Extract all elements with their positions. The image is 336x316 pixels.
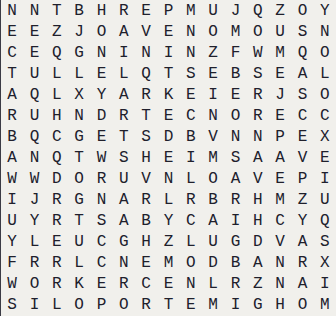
- grid-cell-r6c6[interactable]: R: [113, 105, 135, 126]
- grid-cell-r2c11[interactable]: M: [224, 21, 246, 42]
- grid-cell-r6c14[interactable]: C: [291, 105, 313, 126]
- grid-cell-r7c11[interactable]: N: [224, 126, 246, 147]
- grid-cell-r3c5[interactable]: N: [90, 42, 112, 63]
- grid-cell-r8c13[interactable]: A: [269, 147, 291, 168]
- grid-cell-r6c10[interactable]: N: [202, 105, 224, 126]
- grid-cell-r15c9[interactable]: E: [180, 295, 202, 316]
- grid-cell-r12c8[interactable]: Z: [157, 232, 179, 253]
- grid-cell-r2c14[interactable]: S: [291, 21, 313, 42]
- grid-cell-r6c9[interactable]: C: [180, 105, 202, 126]
- grid-cell-r4c15[interactable]: L: [314, 63, 336, 84]
- grid-cell-r11c9[interactable]: C: [180, 211, 202, 232]
- grid-cell-r10c12[interactable]: H: [247, 190, 269, 211]
- grid-cell-r13c13[interactable]: N: [269, 253, 291, 274]
- grid-cell-r3c8[interactable]: I: [157, 42, 179, 63]
- grid-cell-r13c5[interactable]: C: [90, 253, 112, 274]
- grid-cell-r1c2[interactable]: N: [23, 0, 45, 21]
- grid-cell-r2c10[interactable]: O: [202, 21, 224, 42]
- grid-cell-r15c14[interactable]: O: [291, 295, 313, 316]
- grid-cell-r15c12[interactable]: G: [247, 295, 269, 316]
- grid-cell-r7c2[interactable]: Q: [23, 126, 45, 147]
- grid-cell-r15c13[interactable]: H: [269, 295, 291, 316]
- grid-cell-r12c12[interactable]: D: [247, 232, 269, 253]
- grid-cell-r15c4[interactable]: O: [68, 295, 90, 316]
- grid-cell-r7c15[interactable]: X: [314, 126, 336, 147]
- grid-cell-r10c14[interactable]: Z: [291, 190, 313, 211]
- grid-cell-r1c12[interactable]: Q: [247, 0, 269, 21]
- grid-cell-r2c12[interactable]: O: [247, 21, 269, 42]
- grid-cell-r14c7[interactable]: C: [135, 274, 157, 295]
- grid-cell-r13c4[interactable]: L: [68, 253, 90, 274]
- grid-cell-r10c6[interactable]: A: [113, 190, 135, 211]
- grid-cell-r14c8[interactable]: E: [157, 274, 179, 295]
- grid-cell-r4c10[interactable]: E: [202, 63, 224, 84]
- grid-cell-r12c15[interactable]: S: [314, 232, 336, 253]
- grid-cell-r11c10[interactable]: A: [202, 211, 224, 232]
- grid-cell-r12c7[interactable]: H: [135, 232, 157, 253]
- grid-cell-r7c7[interactable]: S: [135, 126, 157, 147]
- grid-cell-r14c10[interactable]: L: [202, 274, 224, 295]
- grid-cell-r3c7[interactable]: N: [135, 42, 157, 63]
- grid-cell-r8c11[interactable]: S: [224, 147, 246, 168]
- grid-cell-r10c7[interactable]: R: [135, 190, 157, 211]
- grid-cell-r8c8[interactable]: E: [157, 147, 179, 168]
- grid-cell-r11c4[interactable]: T: [68, 211, 90, 232]
- grid-cell-r1c4[interactable]: B: [68, 0, 90, 21]
- grid-cell-r14c5[interactable]: E: [90, 274, 112, 295]
- grid-cell-r2c2[interactable]: E: [23, 21, 45, 42]
- grid-cell-r2c4[interactable]: J: [68, 21, 90, 42]
- grid-cell-r3c4[interactable]: G: [68, 42, 90, 63]
- grid-cell-r13c8[interactable]: M: [157, 253, 179, 274]
- grid-cell-r10c10[interactable]: B: [202, 190, 224, 211]
- grid-cell-r4c5[interactable]: E: [90, 63, 112, 84]
- grid-cell-r2c7[interactable]: V: [135, 21, 157, 42]
- grid-cell-r5c10[interactable]: I: [202, 84, 224, 105]
- grid-cell-r14c4[interactable]: K: [68, 274, 90, 295]
- grid-cell-r5c7[interactable]: R: [135, 84, 157, 105]
- grid-cell-r13c11[interactable]: B: [224, 253, 246, 274]
- grid-cell-r9c4[interactable]: O: [68, 169, 90, 190]
- grid-cell-r4c7[interactable]: Q: [135, 63, 157, 84]
- grid-cell-r10c3[interactable]: R: [46, 190, 68, 211]
- grid-cell-r5c8[interactable]: K: [157, 84, 179, 105]
- grid-cell-r5c5[interactable]: Y: [90, 84, 112, 105]
- grid-cell-r8c3[interactable]: Q: [46, 147, 68, 168]
- grid-cell-r3c12[interactable]: W: [247, 42, 269, 63]
- grid-cell-r1c10[interactable]: U: [202, 0, 224, 21]
- grid-cell-r4c6[interactable]: L: [113, 63, 135, 84]
- grid-cell-r11c15[interactable]: Q: [314, 211, 336, 232]
- grid-cell-r8c12[interactable]: A: [247, 147, 269, 168]
- grid-cell-r3c10[interactable]: Z: [202, 42, 224, 63]
- grid-cell-r7c1[interactable]: B: [1, 126, 23, 147]
- grid-cell-r14c1[interactable]: W: [1, 274, 23, 295]
- grid-cell-r2c5[interactable]: O: [90, 21, 112, 42]
- grid-cell-r8c6[interactable]: S: [113, 147, 135, 168]
- grid-cell-r12c13[interactable]: V: [269, 232, 291, 253]
- grid-cell-r4c11[interactable]: B: [224, 63, 246, 84]
- grid-cell-r4c2[interactable]: U: [23, 63, 45, 84]
- grid-cell-r4c3[interactable]: L: [46, 63, 68, 84]
- grid-cell-r15c11[interactable]: I: [224, 295, 246, 316]
- grid-cell-r5c12[interactable]: R: [247, 84, 269, 105]
- grid-cell-r7c3[interactable]: C: [46, 126, 68, 147]
- grid-cell-r4c12[interactable]: S: [247, 63, 269, 84]
- grid-cell-r9c7[interactable]: V: [135, 169, 157, 190]
- grid-cell-r11c11[interactable]: I: [224, 211, 246, 232]
- grid-cell-r9c8[interactable]: N: [157, 169, 179, 190]
- grid-cell-r13c2[interactable]: R: [23, 253, 45, 274]
- grid-cell-r3c6[interactable]: I: [113, 42, 135, 63]
- grid-cell-r10c9[interactable]: R: [180, 190, 202, 211]
- grid-cell-r6c13[interactable]: E: [269, 105, 291, 126]
- grid-cell-r5c1[interactable]: A: [1, 84, 23, 105]
- grid-cell-r11c3[interactable]: R: [46, 211, 68, 232]
- grid-cell-r10c1[interactable]: I: [1, 190, 23, 211]
- grid-cell-r12c6[interactable]: G: [113, 232, 135, 253]
- grid-cell-r5c15[interactable]: O: [314, 84, 336, 105]
- grid-cell-r14c15[interactable]: I: [314, 274, 336, 295]
- grid-cell-r11c12[interactable]: H: [247, 211, 269, 232]
- grid-cell-r5c14[interactable]: S: [291, 84, 313, 105]
- grid-cell-r3c9[interactable]: N: [180, 42, 202, 63]
- grid-cell-r6c2[interactable]: U: [23, 105, 45, 126]
- grid-cell-r13c14[interactable]: R: [291, 253, 313, 274]
- grid-cell-r12c5[interactable]: C: [90, 232, 112, 253]
- grid-cell-r7c10[interactable]: V: [202, 126, 224, 147]
- grid-cell-r14c13[interactable]: N: [269, 274, 291, 295]
- grid-cell-r6c5[interactable]: D: [90, 105, 112, 126]
- grid-cell-r2c1[interactable]: E: [1, 21, 23, 42]
- grid-cell-r9c15[interactable]: I: [314, 169, 336, 190]
- grid-cell-r10c5[interactable]: N: [90, 190, 112, 211]
- word-search-board: NNTBHREPMUJQZOYEEZJOAVENOMOUSNCEQGNININZ…: [0, 0, 336, 316]
- grid-cell-r12c9[interactable]: L: [180, 232, 202, 253]
- grid-cell-r1c5[interactable]: H: [90, 0, 112, 21]
- grid-cell-r8c2[interactable]: N: [23, 147, 45, 168]
- grid-cell-r4c14[interactable]: A: [291, 63, 313, 84]
- grid-cell-r5c11[interactable]: E: [224, 84, 246, 105]
- grid-cell-r2c9[interactable]: N: [180, 21, 202, 42]
- grid-cell-r6c4[interactable]: N: [68, 105, 90, 126]
- grid-cell-r8c9[interactable]: I: [180, 147, 202, 168]
- grid-cell-r1c9[interactable]: M: [180, 0, 202, 21]
- grid-cell-r14c12[interactable]: Z: [247, 274, 269, 295]
- grid-cell-r11c8[interactable]: Y: [157, 211, 179, 232]
- grid-cell-r13c15[interactable]: X: [314, 253, 336, 274]
- grid-cell-r13c10[interactable]: D: [202, 253, 224, 274]
- grid-cell-r3c14[interactable]: Q: [291, 42, 313, 63]
- grid-cell-r12c2[interactable]: L: [23, 232, 45, 253]
- grid-cell-r11c5[interactable]: S: [90, 211, 112, 232]
- grid-cell-r9c2[interactable]: W: [23, 169, 45, 190]
- grid-cell-r3c13[interactable]: M: [269, 42, 291, 63]
- grid-cell-r15c15[interactable]: M: [314, 295, 336, 316]
- grid-cell-r7c5[interactable]: E: [90, 126, 112, 147]
- grid-cell-r15c10[interactable]: M: [202, 295, 224, 316]
- grid-cell-r6c15[interactable]: C: [314, 105, 336, 126]
- grid-cell-r11c13[interactable]: C: [269, 211, 291, 232]
- grid-cell-r1c7[interactable]: E: [135, 0, 157, 21]
- grid-cell-r7c14[interactable]: E: [291, 126, 313, 147]
- grid-cell-r6c11[interactable]: O: [224, 105, 246, 126]
- grid-cell-r11c6[interactable]: A: [113, 211, 135, 232]
- grid-cell-r6c1[interactable]: R: [1, 105, 23, 126]
- grid-cell-r11c7[interactable]: B: [135, 211, 157, 232]
- grid-cell-r1c6[interactable]: R: [113, 0, 135, 21]
- grid-cell-r5c9[interactable]: E: [180, 84, 202, 105]
- grid-cell-r6c3[interactable]: H: [46, 105, 68, 126]
- grid-cell-r11c2[interactable]: Y: [23, 211, 45, 232]
- grid-cell-r5c2[interactable]: Q: [23, 84, 45, 105]
- grid-cell-r10c2[interactable]: J: [23, 190, 45, 211]
- grid-cell-r10c4[interactable]: G: [68, 190, 90, 211]
- grid-cell-r3c15[interactable]: O: [314, 42, 336, 63]
- grid-cell-r12c3[interactable]: E: [46, 232, 68, 253]
- grid-cell-r9c12[interactable]: V: [247, 169, 269, 190]
- grid-cell-r5c4[interactable]: X: [68, 84, 90, 105]
- grid-cell-r9c13[interactable]: E: [269, 169, 291, 190]
- grid-cell-r9c9[interactable]: L: [180, 169, 202, 190]
- grid-cell-r8c15[interactable]: E: [314, 147, 336, 168]
- grid-cell-r7c9[interactable]: B: [180, 126, 202, 147]
- grid-cell-r9c10[interactable]: O: [202, 169, 224, 190]
- grid-cell-r9c6[interactable]: U: [113, 169, 135, 190]
- grid-cell-r8c7[interactable]: H: [135, 147, 157, 168]
- grid-cell-r15c8[interactable]: T: [157, 295, 179, 316]
- grid-cell-r7c6[interactable]: T: [113, 126, 135, 147]
- grid-cell-r10c13[interactable]: M: [269, 190, 291, 211]
- grid-cell-r2c6[interactable]: A: [113, 21, 135, 42]
- grid-cell-r15c6[interactable]: O: [113, 295, 135, 316]
- grid-cell-r8c14[interactable]: V: [291, 147, 313, 168]
- grid-cell-r10c15[interactable]: U: [314, 190, 336, 211]
- grid-cell-r9c14[interactable]: P: [291, 169, 313, 190]
- grid-cell-r9c1[interactable]: W: [1, 169, 23, 190]
- grid-cell-r10c11[interactable]: R: [224, 190, 246, 211]
- grid-cell-r4c1[interactable]: T: [1, 63, 23, 84]
- grid-cell-r4c4[interactable]: L: [68, 63, 90, 84]
- grid-cell-r15c1[interactable]: S: [1, 295, 23, 316]
- grid-cell-r12c1[interactable]: Y: [1, 232, 23, 253]
- grid-cell-r13c3[interactable]: R: [46, 253, 68, 274]
- grid-cell-r3c2[interactable]: E: [23, 42, 45, 63]
- grid-cell-r9c3[interactable]: D: [46, 169, 68, 190]
- grid-cell-r1c14[interactable]: O: [291, 0, 313, 21]
- grid-cell-r5c13[interactable]: J: [269, 84, 291, 105]
- grid-cell-r11c1[interactable]: U: [1, 211, 23, 232]
- grid-cell-r7c12[interactable]: N: [247, 126, 269, 147]
- grid-cell-r12c10[interactable]: U: [202, 232, 224, 253]
- grid-cell-r12c11[interactable]: G: [224, 232, 246, 253]
- grid-cell-r8c1[interactable]: A: [1, 147, 23, 168]
- grid-cell-r1c3[interactable]: T: [46, 0, 68, 21]
- grid-cell-r1c1[interactable]: N: [1, 0, 23, 21]
- grid-cell-r15c7[interactable]: R: [135, 295, 157, 316]
- grid-cell-r14c14[interactable]: A: [291, 274, 313, 295]
- grid-cell-r3c3[interactable]: Q: [46, 42, 68, 63]
- grid-cell-r6c8[interactable]: E: [157, 105, 179, 126]
- grid-cell-r6c12[interactable]: R: [247, 105, 269, 126]
- grid-cell-r13c1[interactable]: F: [1, 253, 23, 274]
- grid-cell-r3c11[interactable]: F: [224, 42, 246, 63]
- grid-cell-r13c12[interactable]: A: [247, 253, 269, 274]
- grid-cell-r8c5[interactable]: W: [90, 147, 112, 168]
- grid-cell-r11c14[interactable]: Y: [291, 211, 313, 232]
- grid-cell-r14c9[interactable]: N: [180, 274, 202, 295]
- grid-cell-r15c5[interactable]: P: [90, 295, 112, 316]
- grid-cell-r10c8[interactable]: L: [157, 190, 179, 211]
- grid-cell-r1c15[interactable]: Y: [314, 0, 336, 21]
- grid-cell-r8c4[interactable]: T: [68, 147, 90, 168]
- grid-cell-r2c15[interactable]: N: [314, 21, 336, 42]
- grid-cell-r5c6[interactable]: A: [113, 84, 135, 105]
- grid-cell-r6c7[interactable]: T: [135, 105, 157, 126]
- grid-cell-r4c8[interactable]: T: [157, 63, 179, 84]
- grid-cell-r7c13[interactable]: P: [269, 126, 291, 147]
- grid-cell-r1c11[interactable]: J: [224, 0, 246, 21]
- grid-cell-r15c3[interactable]: L: [46, 295, 68, 316]
- grid-cell-r4c13[interactable]: E: [269, 63, 291, 84]
- grid-cell-r13c6[interactable]: N: [113, 253, 135, 274]
- grid-cell-r1c13[interactable]: Z: [269, 0, 291, 21]
- grid-cell-r9c11[interactable]: A: [224, 169, 246, 190]
- grid-cell-r2c8[interactable]: E: [157, 21, 179, 42]
- grid-cell-r2c13[interactable]: U: [269, 21, 291, 42]
- grid-cell-r5c3[interactable]: L: [46, 84, 68, 105]
- grid-cell-r14c6[interactable]: R: [113, 274, 135, 295]
- grid-cell-r14c2[interactable]: O: [23, 274, 45, 295]
- grid-cell-r14c3[interactable]: R: [46, 274, 68, 295]
- grid-cell-r3c1[interactable]: C: [1, 42, 23, 63]
- grid-cell-r7c8[interactable]: D: [157, 126, 179, 147]
- grid-cell-r13c7[interactable]: E: [135, 253, 157, 274]
- grid-cell-r4c9[interactable]: S: [180, 63, 202, 84]
- grid-cell-r9c5[interactable]: R: [90, 169, 112, 190]
- grid-cell-r12c14[interactable]: A: [291, 232, 313, 253]
- grid-cell-r15c2[interactable]: I: [23, 295, 45, 316]
- grid-cell-r2c3[interactable]: Z: [46, 21, 68, 42]
- grid-cell-r7c4[interactable]: G: [68, 126, 90, 147]
- grid-cell-r1c8[interactable]: P: [157, 0, 179, 21]
- grid-cell-r12c4[interactable]: U: [68, 232, 90, 253]
- grid-cell-r8c10[interactable]: M: [202, 147, 224, 168]
- grid-cell-r13c9[interactable]: O: [180, 253, 202, 274]
- grid-cell-r14c11[interactable]: R: [224, 274, 246, 295]
